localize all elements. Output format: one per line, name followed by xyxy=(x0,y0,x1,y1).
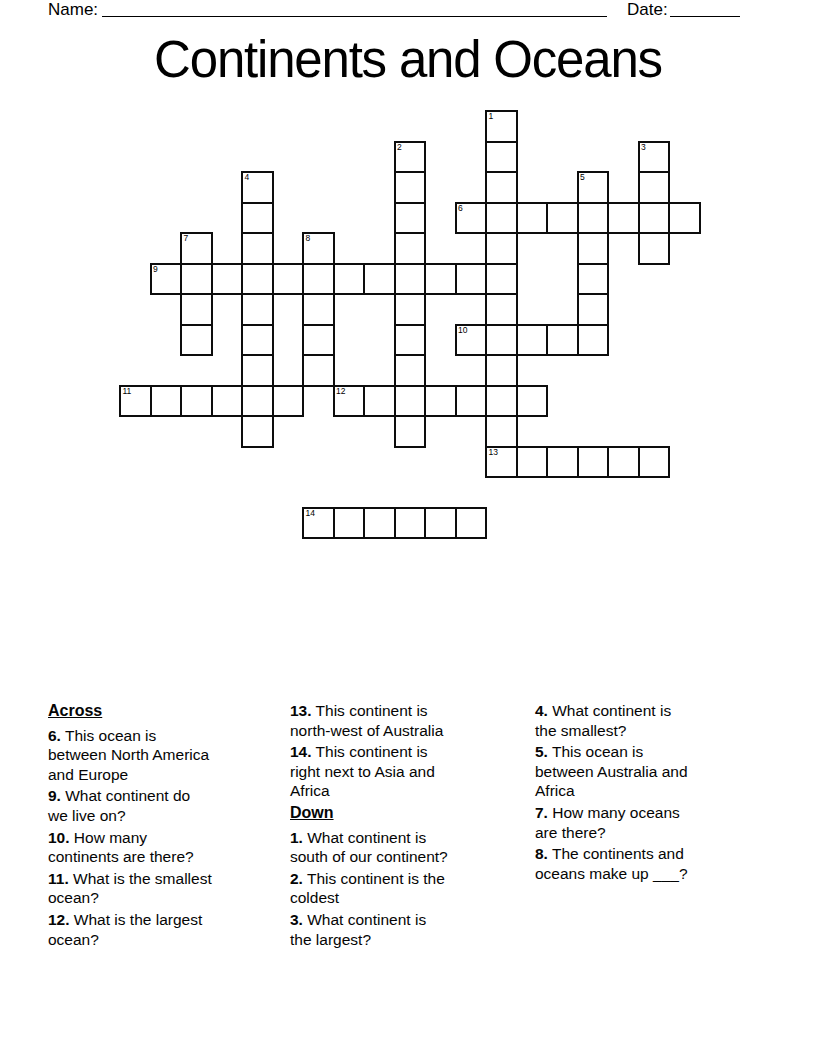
clue-number: 7. xyxy=(535,804,548,821)
clue-item: 3. What continent is the largest? xyxy=(290,910,520,949)
grid-cell[interactable] xyxy=(394,507,427,540)
grid-cell[interactable] xyxy=(394,293,427,326)
grid-cell[interactable] xyxy=(363,385,396,418)
grid-cell[interactable]: 2 xyxy=(394,141,427,174)
grid-cell[interactable] xyxy=(638,202,671,235)
clue-column-2: 13. This continent is north-west of Aust… xyxy=(290,701,520,951)
grid-cell[interactable] xyxy=(607,202,640,235)
grid-cell[interactable] xyxy=(211,263,244,296)
clue-number: 13. xyxy=(290,702,312,719)
grid-cell[interactable] xyxy=(180,293,213,326)
cell-number: 4 xyxy=(245,173,250,183)
grid-cell[interactable] xyxy=(302,324,335,357)
clue-number: 3. xyxy=(290,911,303,928)
grid-cell[interactable] xyxy=(638,232,671,265)
grid-cell[interactable] xyxy=(577,324,610,357)
cell-number: 7 xyxy=(184,234,189,244)
grid-cell[interactable]: 5 xyxy=(577,171,610,204)
grid-cell[interactable] xyxy=(394,263,427,296)
cell-number: 11 xyxy=(123,387,132,397)
grid-cell[interactable] xyxy=(424,385,457,418)
cell-number: 3 xyxy=(641,143,646,153)
grid-cell[interactable] xyxy=(394,385,427,418)
grid-cell[interactable] xyxy=(272,263,305,296)
grid-cell[interactable] xyxy=(577,263,610,296)
grid-cell[interactable] xyxy=(577,293,610,326)
clue-item: 5. This ocean is between Australia and A… xyxy=(535,742,760,801)
grid-cell[interactable] xyxy=(516,202,549,235)
clue-number: 10. xyxy=(48,829,70,846)
grid-cell[interactable] xyxy=(302,293,335,326)
grid-cell[interactable] xyxy=(394,232,427,265)
clue-item: 7. How many oceans are there? xyxy=(535,803,760,842)
clue-item: 13. This continent is north-west of Aust… xyxy=(290,701,520,740)
grid-cell[interactable] xyxy=(180,324,213,357)
clue-column-3: 4. What continent is the smallest?5. Thi… xyxy=(535,701,760,885)
grid-cell[interactable] xyxy=(638,171,671,204)
grid-cell[interactable] xyxy=(577,446,610,479)
grid-cell[interactable]: 12 xyxy=(333,385,366,418)
grid-cell[interactable] xyxy=(546,324,579,357)
page-title: Continents and Oceans xyxy=(0,32,816,88)
clue-number: 4. xyxy=(535,702,548,719)
clue-number: 11. xyxy=(48,870,69,887)
grid-cell[interactable] xyxy=(485,141,518,174)
cell-number: 8 xyxy=(306,234,311,244)
grid-cell[interactable] xyxy=(455,385,488,418)
grid-cell[interactable] xyxy=(394,324,427,357)
grid-cell[interactable] xyxy=(241,354,274,387)
grid-cell[interactable] xyxy=(241,324,274,357)
grid-cell[interactable] xyxy=(546,446,579,479)
grid-cell[interactable]: 13 xyxy=(485,446,518,479)
grid-cell[interactable] xyxy=(363,507,396,540)
grid-cell[interactable]: 9 xyxy=(150,263,183,296)
grid-cell[interactable] xyxy=(546,202,579,235)
grid-cell[interactable] xyxy=(241,232,274,265)
clue-item: 4. What continent is the smallest? xyxy=(535,701,760,740)
grid-cell[interactable] xyxy=(211,385,244,418)
grid-cell[interactable] xyxy=(424,507,457,540)
grid-cell[interactable] xyxy=(485,293,518,326)
clue-number: 2. xyxy=(290,870,303,887)
grid-cell[interactable] xyxy=(577,202,610,235)
grid-cell[interactable] xyxy=(455,263,488,296)
clue-number: 1. xyxy=(290,829,303,846)
grid-cell[interactable] xyxy=(394,171,427,204)
grid-cell[interactable] xyxy=(516,385,549,418)
crossword-grid: 1234567891011121314 xyxy=(119,110,699,537)
clue-number: 5. xyxy=(535,743,548,760)
cell-number: 10 xyxy=(458,326,467,336)
clue-number: 9. xyxy=(48,787,61,804)
clue-number: 12. xyxy=(48,911,70,928)
across-header: Across xyxy=(48,701,288,721)
cell-number: 14 xyxy=(306,509,315,519)
cell-number: 6 xyxy=(458,204,463,214)
grid-cell[interactable] xyxy=(485,202,518,235)
grid-cell[interactable] xyxy=(577,232,610,265)
grid-cell[interactable] xyxy=(241,202,274,235)
cell-number: 9 xyxy=(153,265,158,275)
grid-cell[interactable] xyxy=(302,263,335,296)
grid-cell[interactable]: 14 xyxy=(302,507,335,540)
page: { "game": "crossword", "header": { "name… xyxy=(0,0,816,1056)
grid-cell[interactable] xyxy=(241,385,274,418)
clue-item: 6. This ocean is between North America a… xyxy=(48,726,288,785)
down-header: Down xyxy=(290,803,520,823)
grid-cell[interactable] xyxy=(485,171,518,204)
clue-item: 8. The continents and oceans make up ___… xyxy=(535,844,760,883)
grid-cell[interactable] xyxy=(485,263,518,296)
grid-cell[interactable]: 4 xyxy=(241,171,274,204)
clue-item: 1. What continent is south of our contin… xyxy=(290,828,520,867)
clue-item: 2. This continent is the coldest xyxy=(290,869,520,908)
grid-cell[interactable] xyxy=(485,385,518,418)
name-label: Name: xyxy=(48,1,98,19)
grid-cell[interactable]: 8 xyxy=(302,232,335,265)
grid-cell[interactable]: 11 xyxy=(119,385,152,418)
clue-item: 11. What is the smallest ocean? xyxy=(48,869,288,908)
grid-cell[interactable]: 7 xyxy=(180,232,213,265)
clue-item: 14. This continent is right next to Asia… xyxy=(290,742,520,801)
grid-cell[interactable] xyxy=(516,324,549,357)
cell-number: 2 xyxy=(397,143,402,153)
grid-cell[interactable] xyxy=(241,293,274,326)
grid-cell[interactable] xyxy=(485,415,518,448)
grid-cell[interactable]: 3 xyxy=(638,141,671,174)
grid-cell[interactable] xyxy=(302,354,335,387)
grid-cell[interactable] xyxy=(516,446,549,479)
grid-cell[interactable] xyxy=(638,446,671,479)
clue-item: 9. What continent do we live on? xyxy=(48,786,288,825)
clue-number: 6. xyxy=(48,727,61,744)
clue-item: 10. How many continents are there? xyxy=(48,828,288,867)
grid-cell[interactable] xyxy=(394,354,427,387)
cell-number: 1 xyxy=(489,112,494,122)
worksheet: Name: Date: Continents and Oceans 123456… xyxy=(0,0,816,1056)
grid-cell[interactable] xyxy=(485,324,518,357)
cell-number: 13 xyxy=(489,448,498,458)
date-label: Date: xyxy=(627,1,668,19)
grid-cell[interactable]: 6 xyxy=(455,202,488,235)
grid-cell[interactable] xyxy=(394,415,427,448)
grid-cell[interactable] xyxy=(241,263,274,296)
name-line[interactable] xyxy=(102,0,607,17)
grid-cell[interactable] xyxy=(668,202,701,235)
grid-cell[interactable]: 10 xyxy=(455,324,488,357)
grid-cell[interactable] xyxy=(485,232,518,265)
grid-cell[interactable] xyxy=(333,507,366,540)
cell-number: 12 xyxy=(336,387,345,397)
grid-cell[interactable] xyxy=(180,385,213,418)
grid-cell[interactable] xyxy=(150,385,183,418)
grid-cell[interactable] xyxy=(180,263,213,296)
cell-number: 5 xyxy=(580,173,585,183)
grid-cell[interactable] xyxy=(607,446,640,479)
grid-cell[interactable] xyxy=(394,202,427,235)
grid-cell[interactable] xyxy=(424,263,457,296)
clue-item: 12. What is the largest ocean? xyxy=(48,910,288,949)
date-line[interactable] xyxy=(670,0,740,17)
grid-cell[interactable] xyxy=(363,263,396,296)
grid-cell[interactable] xyxy=(333,263,366,296)
grid-cell[interactable] xyxy=(485,354,518,387)
grid-cell[interactable] xyxy=(272,385,305,418)
grid-cell[interactable] xyxy=(455,507,488,540)
grid-cell[interactable]: 1 xyxy=(485,110,518,143)
clue-number: 8. xyxy=(535,845,548,862)
clue-number: 14. xyxy=(290,743,312,760)
grid-cell[interactable] xyxy=(241,415,274,448)
clue-column-1: Across6. This ocean is between North Ame… xyxy=(48,701,288,951)
